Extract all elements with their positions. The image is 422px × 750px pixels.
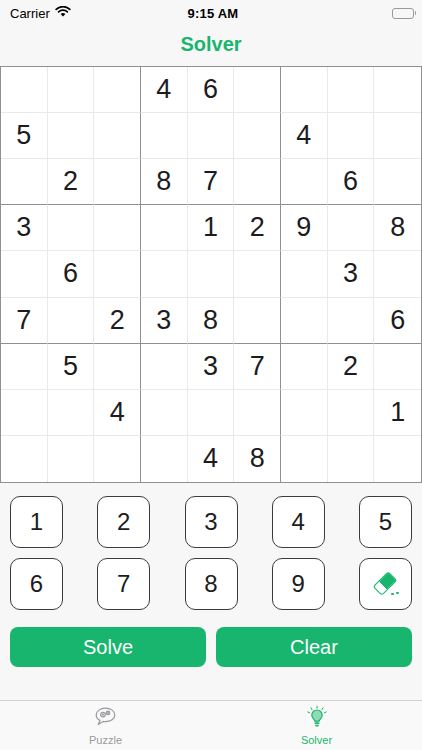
key-2[interactable]: 2 bbox=[97, 496, 150, 548]
cell-r4c2[interactable] bbox=[48, 205, 95, 251]
cell-r1c1[interactable] bbox=[1, 67, 48, 113]
tab-puzzle[interactable]: Puzzle bbox=[0, 701, 211, 750]
key-6[interactable]: 6 bbox=[10, 558, 63, 610]
cell-r6c4[interactable]: 3 bbox=[141, 298, 188, 344]
cell-r4c6[interactable]: 2 bbox=[234, 205, 281, 251]
wifi-icon bbox=[55, 6, 71, 21]
cell-r2c5[interactable] bbox=[188, 113, 235, 159]
cell-r2c6[interactable] bbox=[234, 113, 281, 159]
battery-icon bbox=[392, 8, 417, 19]
cell-r9c1[interactable] bbox=[1, 436, 48, 482]
cell-r1c8[interactable] bbox=[328, 67, 375, 113]
cell-r4c8[interactable] bbox=[328, 205, 375, 251]
cell-r6c8[interactable] bbox=[328, 298, 375, 344]
cell-r2c2[interactable] bbox=[48, 113, 95, 159]
cell-r2c9[interactable] bbox=[374, 113, 421, 159]
cell-r3c8[interactable]: 6 bbox=[328, 159, 375, 205]
cell-r3c6[interactable] bbox=[234, 159, 281, 205]
cell-r2c3[interactable] bbox=[94, 113, 141, 159]
cell-r3c4[interactable]: 8 bbox=[141, 159, 188, 205]
cell-r8c2[interactable] bbox=[48, 390, 95, 436]
cell-r2c1[interactable]: 5 bbox=[1, 113, 48, 159]
cell-r4c1[interactable]: 3 bbox=[1, 205, 48, 251]
cell-r3c5[interactable]: 7 bbox=[188, 159, 235, 205]
cell-r4c5[interactable]: 1 bbox=[188, 205, 235, 251]
cell-r1c2[interactable] bbox=[48, 67, 95, 113]
page-title: Solver bbox=[180, 33, 241, 56]
cell-r1c9[interactable] bbox=[374, 67, 421, 113]
cell-r4c4[interactable] bbox=[141, 205, 188, 251]
app-screen: Carrier 9:15 AM Solver 46542876312986372… bbox=[0, 0, 422, 750]
thought-bubble-gears-icon bbox=[92, 705, 119, 732]
key-4[interactable]: 4 bbox=[272, 496, 325, 548]
cell-r1c4[interactable]: 4 bbox=[141, 67, 188, 113]
cell-r4c7[interactable]: 9 bbox=[281, 205, 328, 251]
nav-bar: Solver bbox=[0, 22, 422, 66]
cell-r9c3[interactable] bbox=[94, 436, 141, 482]
eraser-button[interactable] bbox=[359, 558, 412, 610]
cell-r8c4[interactable] bbox=[141, 390, 188, 436]
cell-r5c2[interactable]: 6 bbox=[48, 251, 95, 297]
key-8[interactable]: 8 bbox=[185, 558, 238, 610]
cell-r7c4[interactable] bbox=[141, 344, 188, 390]
cell-r9c4[interactable] bbox=[141, 436, 188, 482]
key-3[interactable]: 3 bbox=[185, 496, 238, 548]
cell-r9c2[interactable] bbox=[48, 436, 95, 482]
cell-r3c9[interactable] bbox=[374, 159, 421, 205]
cell-r7c5[interactable]: 3 bbox=[188, 344, 235, 390]
cell-r1c3[interactable] bbox=[94, 67, 141, 113]
sudoku-board: 4654287631298637238653724148 bbox=[0, 66, 422, 483]
cell-r5c7[interactable] bbox=[281, 251, 328, 297]
tab-bar: Puzzle Solver bbox=[0, 700, 422, 750]
number-keypad: 1 2 3 4 5 6 7 8 9 bbox=[0, 496, 422, 610]
cell-r7c9[interactable] bbox=[374, 344, 421, 390]
cell-r9c5[interactable]: 4 bbox=[188, 436, 235, 482]
carrier-label: Carrier bbox=[10, 6, 50, 21]
key-1[interactable]: 1 bbox=[10, 496, 63, 548]
cell-r8c1[interactable] bbox=[1, 390, 48, 436]
cell-r8c9[interactable]: 1 bbox=[374, 390, 421, 436]
status-bar: Carrier 9:15 AM bbox=[0, 0, 422, 22]
cell-r1c7[interactable] bbox=[281, 67, 328, 113]
cell-r1c6[interactable] bbox=[234, 67, 281, 113]
solve-button[interactable]: Solve bbox=[10, 627, 206, 667]
cell-r7c6[interactable]: 7 bbox=[234, 344, 281, 390]
cell-r5c3[interactable] bbox=[94, 251, 141, 297]
cell-r6c1[interactable]: 7 bbox=[1, 298, 48, 344]
cell-r5c4[interactable] bbox=[141, 251, 188, 297]
tab-puzzle-label: Puzzle bbox=[89, 734, 122, 746]
cell-r6c3[interactable]: 2 bbox=[94, 298, 141, 344]
cell-r8c3[interactable]: 4 bbox=[94, 390, 141, 436]
cell-r5c6[interactable] bbox=[234, 251, 281, 297]
key-5[interactable]: 5 bbox=[359, 496, 412, 548]
cell-r9c9[interactable] bbox=[374, 436, 421, 482]
cell-r8c5[interactable] bbox=[188, 390, 235, 436]
cell-r5c9[interactable] bbox=[374, 251, 421, 297]
cell-r2c7[interactable]: 4 bbox=[281, 113, 328, 159]
clock: 9:15 AM bbox=[130, 6, 296, 21]
cell-r6c2[interactable] bbox=[48, 298, 95, 344]
cell-r3c2[interactable]: 2 bbox=[48, 159, 95, 205]
cell-r2c4[interactable] bbox=[141, 113, 188, 159]
cell-r6c7[interactable] bbox=[281, 298, 328, 344]
cell-r7c7[interactable] bbox=[281, 344, 328, 390]
key-9[interactable]: 9 bbox=[272, 558, 325, 610]
cell-r8c6[interactable] bbox=[234, 390, 281, 436]
clear-button[interactable]: Clear bbox=[216, 627, 412, 667]
cell-r5c1[interactable] bbox=[1, 251, 48, 297]
lightbulb-icon bbox=[304, 705, 330, 732]
cell-r6c6[interactable] bbox=[234, 298, 281, 344]
cell-r5c5[interactable] bbox=[188, 251, 235, 297]
cell-r4c9[interactable]: 8 bbox=[374, 205, 421, 251]
cell-r6c5[interactable]: 8 bbox=[188, 298, 235, 344]
cell-r5c8[interactable]: 3 bbox=[328, 251, 375, 297]
cell-r3c1[interactable] bbox=[1, 159, 48, 205]
cell-r7c2[interactable]: 5 bbox=[48, 344, 95, 390]
cell-r4c3[interactable] bbox=[94, 205, 141, 251]
cell-r2c8[interactable] bbox=[328, 113, 375, 159]
cell-r6c9[interactable]: 6 bbox=[374, 298, 421, 344]
cell-r7c8[interactable]: 2 bbox=[328, 344, 375, 390]
cell-r3c7[interactable] bbox=[281, 159, 328, 205]
key-7[interactable]: 7 bbox=[97, 558, 150, 610]
cell-r9c6[interactable]: 8 bbox=[234, 436, 281, 482]
cell-r8c8[interactable] bbox=[328, 390, 375, 436]
eraser-icon bbox=[373, 572, 399, 596]
cell-r3c3[interactable] bbox=[94, 159, 141, 205]
cell-r9c8[interactable] bbox=[328, 436, 375, 482]
tab-solver[interactable]: Solver bbox=[211, 701, 422, 750]
cell-r1c5[interactable]: 6 bbox=[188, 67, 235, 113]
action-buttons: Solve Clear bbox=[0, 627, 422, 667]
cell-r8c7[interactable] bbox=[281, 390, 328, 436]
cell-r7c1[interactable] bbox=[1, 344, 48, 390]
tab-solver-label: Solver bbox=[301, 734, 332, 746]
cell-r7c3[interactable] bbox=[94, 344, 141, 390]
cell-r9c7[interactable] bbox=[281, 436, 328, 482]
